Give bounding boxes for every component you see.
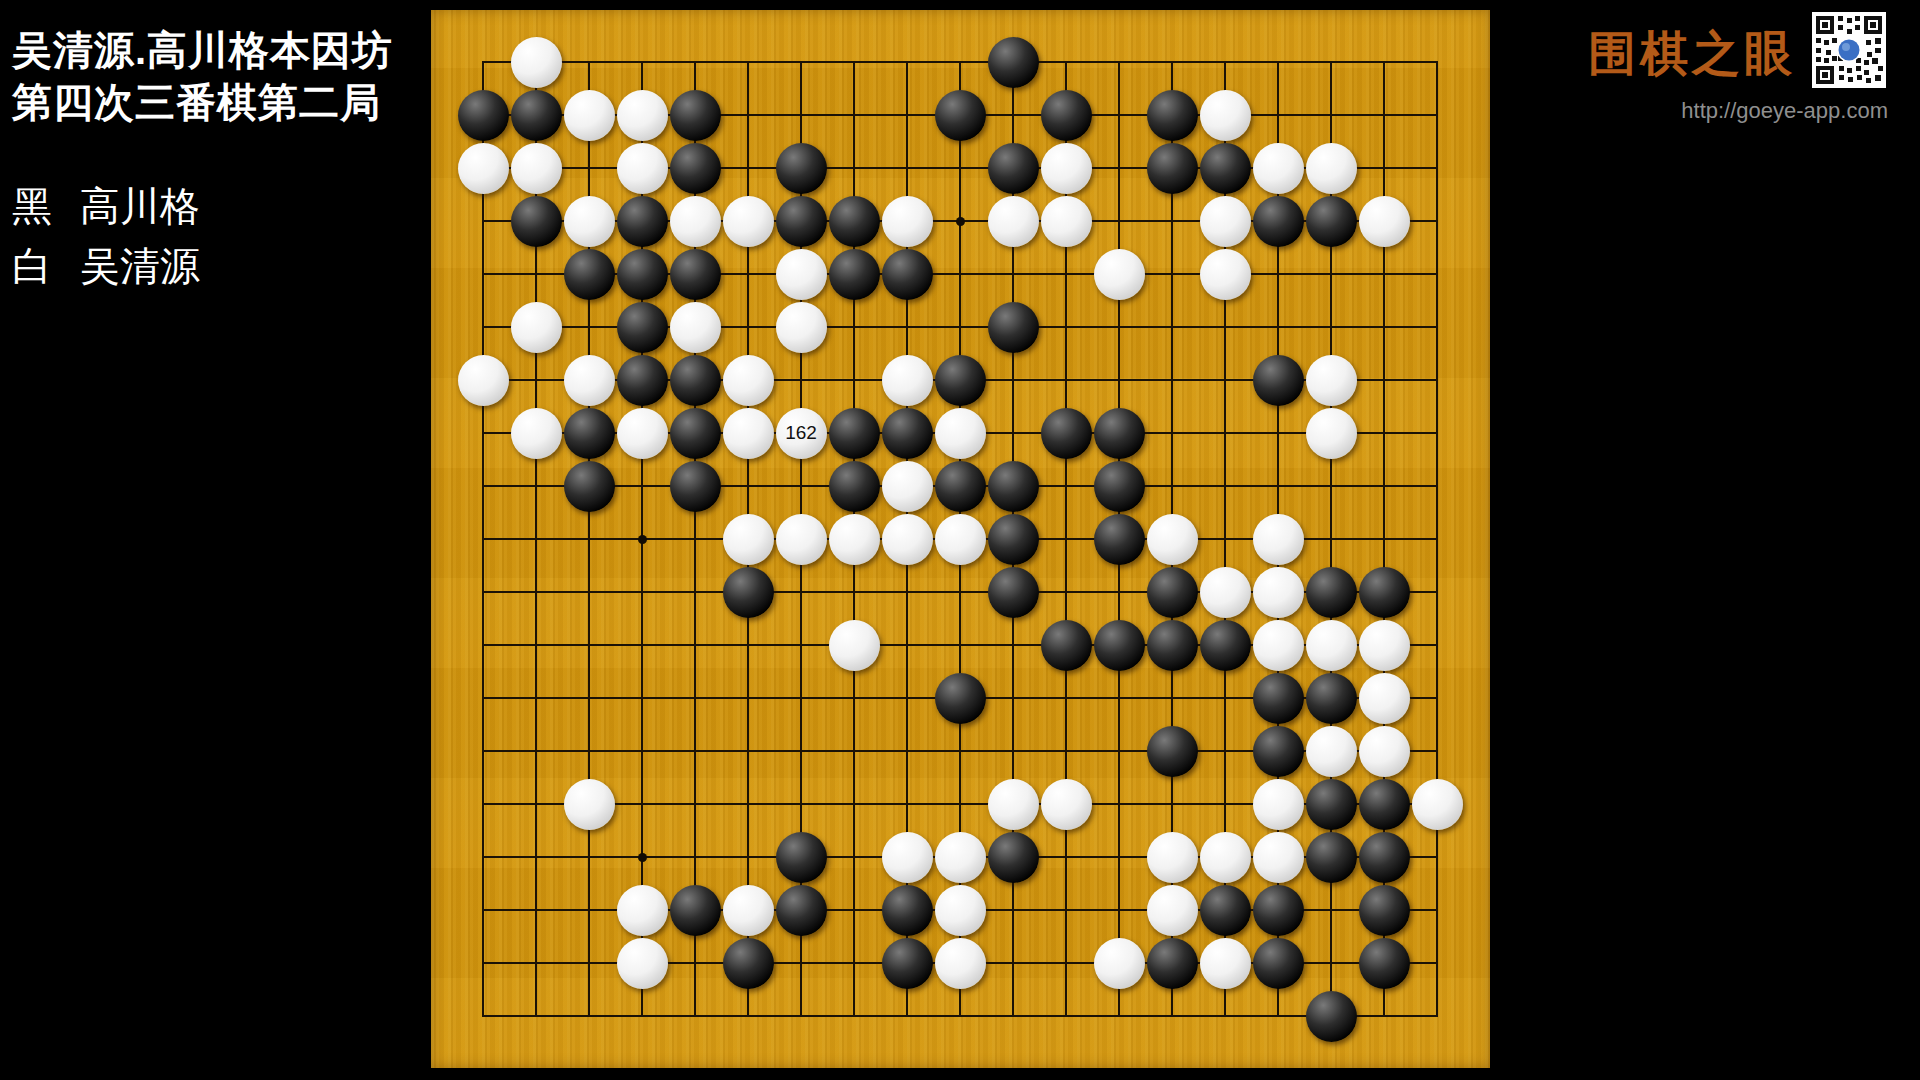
stone-white[interactable] <box>1200 567 1251 618</box>
star-point <box>638 853 647 862</box>
stone-black[interactable] <box>1147 90 1198 141</box>
stone-black[interactable] <box>1359 779 1410 830</box>
stone-white[interactable] <box>617 143 668 194</box>
stone-white[interactable] <box>1306 143 1357 194</box>
white-player-name: 吴清源 <box>80 244 200 288</box>
stone-black[interactable] <box>1253 355 1304 406</box>
stone-white[interactable] <box>935 938 986 989</box>
stone-black[interactable] <box>882 885 933 936</box>
stone-black[interactable] <box>988 832 1039 883</box>
stone-black[interactable] <box>988 567 1039 618</box>
stone-black[interactable] <box>617 355 668 406</box>
stone-white[interactable] <box>564 90 615 141</box>
stone-white[interactable] <box>1253 143 1304 194</box>
stone-black[interactable] <box>829 249 880 300</box>
stone-black[interactable] <box>1200 143 1251 194</box>
stone-white[interactable] <box>1253 567 1304 618</box>
stone-white[interactable] <box>670 302 721 353</box>
stone-black[interactable] <box>670 408 721 459</box>
stone-white[interactable] <box>829 514 880 565</box>
board-grid[interactable]: 162 <box>482 61 1438 1017</box>
stone-white[interactable] <box>1359 726 1410 777</box>
black-player-name: 高川格 <box>80 184 200 228</box>
game-title: 吴清源.高川格本因坊 第四次三番棋第二局 <box>12 24 393 128</box>
stone-white[interactable] <box>1359 673 1410 724</box>
stone-white[interactable] <box>1253 832 1304 883</box>
stone-black[interactable] <box>1306 567 1357 618</box>
stone-white[interactable] <box>617 885 668 936</box>
stone-black[interactable] <box>723 938 774 989</box>
white-player-row: 白吴清源 <box>12 236 200 296</box>
app-url-link[interactable]: http://goeye-app.com <box>1660 98 1888 124</box>
stone-white[interactable] <box>723 885 774 936</box>
stone-black[interactable] <box>670 885 721 936</box>
stone-black[interactable] <box>1253 938 1304 989</box>
white-label: 白 <box>12 244 52 288</box>
stone-black[interactable] <box>1359 938 1410 989</box>
stone-black[interactable] <box>1147 938 1198 989</box>
stone-white[interactable] <box>776 514 827 565</box>
stone-white[interactable] <box>564 779 615 830</box>
stone-white[interactable] <box>1306 355 1357 406</box>
stone-black[interactable] <box>1041 408 1092 459</box>
stone-black[interactable] <box>670 90 721 141</box>
stone-black[interactable] <box>882 938 933 989</box>
stone-white[interactable] <box>617 408 668 459</box>
stone-white[interactable] <box>1094 249 1145 300</box>
stone-black[interactable] <box>670 143 721 194</box>
black-label: 黑 <box>12 184 52 228</box>
stone-black[interactable] <box>1094 514 1145 565</box>
stone-black[interactable] <box>1253 726 1304 777</box>
stone-white[interactable] <box>882 461 933 512</box>
stone-white[interactable] <box>1147 885 1198 936</box>
stone-black[interactable] <box>511 196 562 247</box>
stone-black[interactable] <box>935 461 986 512</box>
stone-black[interactable] <box>1306 991 1357 1042</box>
move-number-label: 162 <box>776 408 827 459</box>
stone-black[interactable] <box>1147 143 1198 194</box>
stone-white[interactable] <box>1200 832 1251 883</box>
stone-white[interactable] <box>511 143 562 194</box>
stone-white[interactable] <box>511 37 562 88</box>
stone-white[interactable] <box>1306 408 1357 459</box>
stone-black[interactable] <box>988 143 1039 194</box>
stone-white[interactable] <box>617 938 668 989</box>
stone-black[interactable] <box>1359 567 1410 618</box>
stone-white[interactable] <box>935 408 986 459</box>
screen: 吴清源.高川格本因坊 第四次三番棋第二局 黑高川格 白吴清源 162 围棋之眼 <box>0 0 1920 1080</box>
stone-white[interactable] <box>511 302 562 353</box>
app-logo-text: 围棋之眼 <box>1588 22 1796 86</box>
stone-black[interactable] <box>1253 885 1304 936</box>
stone-black[interactable] <box>1094 620 1145 671</box>
stone-white[interactable] <box>1041 196 1092 247</box>
stone-white[interactable] <box>935 514 986 565</box>
black-player-row: 黑高川格 <box>12 176 200 236</box>
stone-black[interactable] <box>1253 196 1304 247</box>
stone-black[interactable] <box>882 249 933 300</box>
stone-black[interactable] <box>564 249 615 300</box>
stone-white[interactable] <box>882 514 933 565</box>
stone-white[interactable] <box>458 355 509 406</box>
stone-white[interactable] <box>882 832 933 883</box>
stone-white[interactable] <box>1253 620 1304 671</box>
stone-black[interactable] <box>1147 620 1198 671</box>
stone-black[interactable] <box>776 196 827 247</box>
stone-white[interactable] <box>1147 514 1198 565</box>
stone-black[interactable] <box>617 196 668 247</box>
stone-black[interactable] <box>511 90 562 141</box>
stone-white[interactable] <box>1147 832 1198 883</box>
stone-white[interactable] <box>935 885 986 936</box>
star-point <box>638 535 647 544</box>
stone-white[interactable] <box>988 196 1039 247</box>
stone-white[interactable] <box>1306 726 1357 777</box>
stone-black[interactable] <box>617 249 668 300</box>
stone-white[interactable] <box>1094 938 1145 989</box>
stone-black[interactable] <box>458 90 509 141</box>
stone-white[interactable] <box>1306 620 1357 671</box>
stone-white[interactable] <box>458 143 509 194</box>
stone-black[interactable] <box>670 355 721 406</box>
stone-white[interactable] <box>1253 514 1304 565</box>
stone-black[interactable] <box>1359 885 1410 936</box>
stone-black[interactable] <box>1306 196 1357 247</box>
stone-black[interactable] <box>776 885 827 936</box>
stone-black[interactable] <box>1041 620 1092 671</box>
stone-black[interactable] <box>564 461 615 512</box>
stone-black[interactable] <box>882 408 933 459</box>
stone-white[interactable] <box>564 196 615 247</box>
stone-white[interactable] <box>723 408 774 459</box>
player-list: 黑高川格 白吴清源 <box>12 176 200 296</box>
stone-white[interactable] <box>1200 249 1251 300</box>
stone-white[interactable] <box>723 355 774 406</box>
stone-white[interactable] <box>723 196 774 247</box>
stone-black[interactable] <box>1200 885 1251 936</box>
stone-black[interactable] <box>723 567 774 618</box>
go-board[interactable]: 162 <box>431 10 1490 1068</box>
stone-black[interactable] <box>1306 779 1357 830</box>
stone-white[interactable] <box>776 249 827 300</box>
stone-black[interactable] <box>670 249 721 300</box>
stone-black[interactable] <box>935 355 986 406</box>
stone-black[interactable] <box>988 461 1039 512</box>
stone-white[interactable] <box>1200 196 1251 247</box>
stone-black[interactable] <box>829 196 880 247</box>
stone-black[interactable] <box>1094 408 1145 459</box>
stone-black[interactable] <box>829 408 880 459</box>
stone-white[interactable] <box>935 832 986 883</box>
stone-white-last-move[interactable]: 162 <box>776 408 827 459</box>
stone-white[interactable] <box>617 90 668 141</box>
stone-black[interactable] <box>617 302 668 353</box>
stone-black[interactable] <box>935 673 986 724</box>
stone-white[interactable] <box>1200 90 1251 141</box>
stone-white[interactable] <box>723 514 774 565</box>
stone-white[interactable] <box>1200 938 1251 989</box>
stone-black[interactable] <box>1253 673 1304 724</box>
stone-black[interactable] <box>1041 90 1092 141</box>
stone-black[interactable] <box>776 143 827 194</box>
stone-black[interactable] <box>776 832 827 883</box>
stone-black[interactable] <box>1094 461 1145 512</box>
stone-white[interactable] <box>1412 779 1463 830</box>
title-line-1: 吴清源.高川格本因坊 <box>12 24 393 76</box>
stone-white[interactable] <box>1359 196 1410 247</box>
stone-white[interactable] <box>988 779 1039 830</box>
stone-white[interactable] <box>1253 779 1304 830</box>
stone-white[interactable] <box>882 355 933 406</box>
stone-white[interactable] <box>670 196 721 247</box>
stone-white[interactable] <box>829 620 880 671</box>
qr-code-icon <box>1812 12 1886 88</box>
stone-white[interactable] <box>564 355 615 406</box>
stone-black[interactable] <box>988 37 1039 88</box>
star-point <box>956 217 965 226</box>
stone-black[interactable] <box>564 408 615 459</box>
qr-center-app-logo <box>1839 40 1860 61</box>
stone-black[interactable] <box>1306 832 1357 883</box>
stone-black[interactable] <box>1147 726 1198 777</box>
stone-black[interactable] <box>935 90 986 141</box>
stone-white[interactable] <box>1041 143 1092 194</box>
stone-black[interactable] <box>1359 832 1410 883</box>
stone-white[interactable] <box>511 408 562 459</box>
stone-black[interactable] <box>988 514 1039 565</box>
stone-white[interactable] <box>776 302 827 353</box>
stone-black[interactable] <box>988 302 1039 353</box>
stone-white[interactable] <box>1041 779 1092 830</box>
stone-white[interactable] <box>882 196 933 247</box>
stone-white[interactable] <box>1359 620 1410 671</box>
stone-black[interactable] <box>670 461 721 512</box>
stone-black[interactable] <box>1147 567 1198 618</box>
stone-black[interactable] <box>829 461 880 512</box>
stone-black[interactable] <box>1200 620 1251 671</box>
stone-black[interactable] <box>1306 673 1357 724</box>
title-line-2: 第四次三番棋第二局 <box>12 76 393 128</box>
